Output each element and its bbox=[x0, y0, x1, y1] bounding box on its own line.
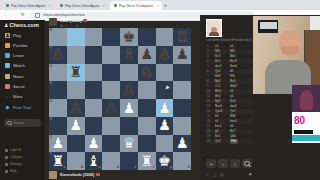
square-a1[interactable]: 1a♜ bbox=[49, 152, 67, 170]
square-h8[interactable]: ♜ bbox=[173, 28, 191, 46]
white-move[interactable]: Rfe1 bbox=[215, 89, 230, 93]
white-pawn-h2[interactable]: ♟ bbox=[176, 136, 189, 151]
square-f6[interactable]: ♞ bbox=[138, 64, 156, 82]
square-g4[interactable]: ♟ bbox=[156, 99, 174, 117]
more-icon: ⋯ bbox=[5, 94, 10, 99]
black-move[interactable]: d5 bbox=[230, 69, 245, 73]
sidebar-item-play[interactable]: ♟Play bbox=[0, 30, 45, 40]
white-move[interactable]: dxc3 bbox=[215, 64, 230, 68]
black-move[interactable]: Bb4 bbox=[230, 54, 245, 58]
browser-window: Play Chess Online Agains×Play Chess Onli… bbox=[0, 0, 320, 180]
square-g1[interactable]: g♚ bbox=[156, 152, 174, 170]
webcam-overlay bbox=[253, 16, 320, 94]
square-g5[interactable] bbox=[156, 81, 174, 99]
share-icon[interactable]: ⚐ bbox=[206, 172, 209, 177]
analysis-button[interactable] bbox=[242, 159, 252, 168]
black-bishop-e7[interactable]: ♝ bbox=[122, 47, 135, 62]
black-move[interactable]: bxc4 bbox=[230, 119, 245, 123]
black-move[interactable]: g5 bbox=[230, 94, 245, 98]
black-pawn-f7[interactable]: ♟ bbox=[140, 47, 153, 62]
black-move[interactable]: Nf6 bbox=[230, 74, 245, 78]
black-move[interactable]: Ne4 bbox=[230, 99, 245, 103]
white-pawn-b3[interactable]: ♟ bbox=[69, 118, 82, 133]
rank-label: 5 bbox=[50, 82, 52, 85]
square-e1[interactable]: e bbox=[120, 152, 138, 170]
resign-flag-icon[interactable]: ⚑ bbox=[249, 172, 252, 177]
square-e2[interactable]: ♛ bbox=[120, 135, 138, 153]
player-avatar[interactable] bbox=[49, 171, 57, 179]
move-row[interactable]: 20.Qe2Rb6 bbox=[205, 139, 253, 144]
square-g2[interactable] bbox=[156, 135, 174, 153]
tv-in-background bbox=[258, 20, 278, 33]
square-b7[interactable] bbox=[67, 46, 85, 64]
square-a6[interactable]: 6 bbox=[49, 64, 67, 82]
black-move[interactable]: Rb6 bbox=[230, 139, 238, 144]
white-move[interactable]: Bh4 bbox=[215, 94, 230, 98]
square-a7[interactable]: 7♟ bbox=[49, 46, 67, 64]
sidebar-footer-settings[interactable]: Settings bbox=[0, 161, 45, 167]
puzzles-icon bbox=[5, 43, 10, 48]
black-pawn-e5[interactable]: ♟ bbox=[122, 83, 135, 98]
square-b6[interactable]: ♜ bbox=[67, 64, 85, 82]
new-game-button[interactable]: + bbox=[206, 159, 216, 168]
square-h4[interactable] bbox=[173, 99, 191, 117]
square-e6[interactable] bbox=[120, 64, 138, 82]
black-rook-b6[interactable]: ♜ bbox=[69, 65, 82, 80]
square-c7[interactable] bbox=[85, 46, 103, 64]
square-b3[interactable]: ♟ bbox=[67, 117, 85, 135]
black-move[interactable]: e5 bbox=[230, 44, 245, 48]
rank-label: 6 bbox=[50, 65, 52, 68]
opponent-avatar[interactable] bbox=[49, 18, 57, 26]
white-move[interactable]: Qe2 bbox=[215, 69, 230, 73]
square-f5[interactable] bbox=[138, 81, 156, 99]
white-move[interactable]: Ne1 bbox=[215, 134, 230, 138]
logo-text: Chess.com bbox=[9, 22, 38, 28]
square-g6[interactable] bbox=[156, 64, 174, 82]
square-g3[interactable]: ♟ bbox=[156, 117, 174, 135]
square-e7[interactable]: ♝ bbox=[120, 46, 138, 64]
black-move[interactable]: Nbd7 bbox=[230, 84, 245, 88]
square-g7[interactable]: ♟ bbox=[156, 46, 174, 64]
rank-label: 7 bbox=[50, 47, 52, 50]
square-c2[interactable]: ♟ bbox=[85, 135, 103, 153]
square-f3[interactable] bbox=[138, 117, 156, 135]
chesscom-logo[interactable]: ♟ Chess.com bbox=[4, 22, 39, 28]
white-pawn-g4[interactable]: ♟ bbox=[158, 101, 171, 116]
square-h7[interactable]: ♟ bbox=[173, 46, 191, 64]
chess-board: 8♚♜7♟♝♟♟♟6♜♞5♟4♟♟♟♟3♟♟2♟♟♛♟1a♜bc♝def♜g♚h bbox=[49, 28, 191, 170]
magnifier-icon bbox=[244, 161, 250, 167]
white-move[interactable]: b3 bbox=[215, 114, 230, 118]
square-a4[interactable]: 4 bbox=[49, 99, 67, 117]
sidebar-search-input[interactable]: Search bbox=[4, 119, 41, 127]
square-a8[interactable]: 8 bbox=[49, 28, 67, 46]
square-a2[interactable]: 2♟ bbox=[49, 135, 67, 153]
white-move[interactable]: Nc3 bbox=[215, 54, 230, 58]
learn-icon bbox=[5, 53, 10, 58]
file-label: g bbox=[170, 166, 172, 169]
sidebar-item-watch[interactable]: Watch bbox=[0, 61, 45, 71]
padlock-icon bbox=[35, 13, 40, 18]
white-move[interactable]: c4 bbox=[215, 119, 230, 123]
back-move-button[interactable]: ‹ bbox=[218, 159, 228, 168]
white-move[interactable]: Qxe4 bbox=[215, 109, 230, 113]
forward-move-button[interactable]: › bbox=[230, 159, 240, 168]
square-e3[interactable] bbox=[120, 117, 138, 135]
square-b2[interactable] bbox=[67, 135, 85, 153]
square-e4[interactable]: ♟ bbox=[120, 99, 138, 117]
black-rook-h8[interactable]: ♜ bbox=[176, 30, 189, 45]
square-d4[interactable]: ♟ bbox=[102, 99, 120, 117]
news-icon bbox=[5, 74, 10, 79]
square-d5[interactable] bbox=[102, 81, 120, 99]
rank-label: 8 bbox=[50, 29, 52, 32]
clock-icon[interactable]: ◷ bbox=[220, 172, 223, 177]
white-move[interactable]: Bc4 bbox=[215, 59, 230, 63]
move-nav-controls: + ‹ › bbox=[206, 159, 252, 168]
tab-favicon bbox=[114, 4, 117, 7]
square-c1[interactable]: c♝ bbox=[85, 152, 103, 170]
black-pawn-d4[interactable]: ♟ bbox=[105, 101, 118, 116]
white-move[interactable]: Nf3 bbox=[215, 49, 230, 53]
square-h5[interactable] bbox=[173, 81, 191, 99]
white-move[interactable]: e4 bbox=[215, 44, 230, 48]
square-f1[interactable]: f♜ bbox=[138, 152, 156, 170]
square-c5[interactable] bbox=[85, 81, 103, 99]
player-name[interactable]: Konevlamb (1000) bbox=[60, 172, 100, 177]
square-h1[interactable]: h bbox=[173, 152, 191, 170]
file-label: h bbox=[188, 166, 190, 169]
sidebar-item-puzzles[interactable]: Puzzles bbox=[0, 40, 45, 50]
square-e5[interactable]: ♟ bbox=[120, 81, 138, 99]
opponent-name[interactable]: Kast (1000) bbox=[60, 18, 87, 23]
square-h2[interactable]: ♟ bbox=[173, 135, 191, 153]
square-g8[interactable] bbox=[156, 28, 174, 46]
url-text: chess.com/play/online/new bbox=[43, 13, 85, 17]
sidebar-item-social[interactable]: Social bbox=[0, 82, 45, 92]
black-pawn-g7[interactable]: ♟ bbox=[158, 47, 171, 62]
square-c8[interactable] bbox=[85, 28, 103, 46]
white-move[interactable]: Bg3 bbox=[215, 99, 230, 103]
opponent-profile-photo[interactable] bbox=[206, 19, 222, 37]
square-h3[interactable] bbox=[173, 117, 191, 135]
square-c3[interactable] bbox=[85, 117, 103, 135]
black-move[interactable]: Qd6 bbox=[230, 134, 245, 138]
browser-tab[interactable]: Play Chess Online Agains× bbox=[56, 1, 108, 10]
file-label: c bbox=[99, 166, 101, 169]
file-label: a bbox=[64, 166, 66, 169]
black-move[interactable]: h6 bbox=[230, 89, 245, 93]
game-type-label: Live Game: Unrated (Friendly match) bbox=[206, 38, 252, 42]
rank-label: 2 bbox=[50, 136, 52, 139]
black-king-e8[interactable]: ♚ bbox=[122, 30, 135, 45]
white-move[interactable]: Bxe4 bbox=[215, 104, 230, 108]
new-tab-button[interactable]: + bbox=[164, 2, 167, 8]
sidebar-item-free-trial[interactable]: ◆Free Trial bbox=[0, 102, 45, 112]
opponent-captured-pieces: ♙ ♘ ♘ ♗ bbox=[60, 24, 79, 28]
black-move[interactable]: Qe7 bbox=[230, 109, 245, 113]
tab-close-icon[interactable]: × bbox=[49, 4, 51, 8]
thumbnail-number: 80 bbox=[292, 112, 320, 129]
white-pawn-e4[interactable]: ♟ bbox=[122, 101, 135, 116]
thumbnail-figure bbox=[300, 90, 313, 110]
reload-icon[interactable]: ⟳ bbox=[21, 12, 25, 17]
tab-close-icon[interactable]: × bbox=[157, 4, 159, 8]
square-f4[interactable] bbox=[138, 99, 156, 117]
square-d1[interactable]: d bbox=[102, 152, 120, 170]
square-b5[interactable] bbox=[67, 81, 85, 99]
square-f7[interactable]: ♟ bbox=[138, 46, 156, 64]
tab-favicon bbox=[60, 4, 63, 7]
search-placeholder: Search bbox=[14, 121, 24, 125]
white-pawn-c2[interactable]: ♟ bbox=[87, 136, 100, 151]
file-label: b bbox=[81, 166, 83, 169]
panel-footer: ⚐ △ ◷ ⚑ bbox=[206, 172, 252, 177]
black-pawn-b4[interactable]: ♟ bbox=[69, 101, 82, 116]
sidebar-footer-light-ui[interactable]: Light UI bbox=[0, 147, 45, 153]
square-d2[interactable] bbox=[102, 135, 120, 153]
move-list: 1.e4e52.Nf3Nf63.Nc3Bb44.Bc4Bxc35.dxc3Nxe… bbox=[205, 44, 253, 144]
opponent-flag-icon bbox=[83, 19, 87, 22]
file-label: e bbox=[135, 166, 137, 169]
square-d3[interactable] bbox=[102, 117, 120, 135]
white-bishop-c1[interactable]: ♝ bbox=[87, 154, 100, 169]
white-queen-e2[interactable]: ♛ bbox=[122, 136, 135, 151]
black-move[interactable]: Rb8 bbox=[230, 114, 245, 118]
square-f2[interactable] bbox=[138, 135, 156, 153]
black-move[interactable]: Bxc3 bbox=[230, 59, 245, 63]
white-rook-a1[interactable]: ♜ bbox=[51, 154, 64, 169]
browser-tab[interactable]: Play Chess Online Agains× bbox=[2, 1, 54, 10]
square-a5[interactable]: 5 bbox=[49, 81, 67, 99]
sidebar-item-news[interactable]: News bbox=[0, 71, 45, 81]
white-move[interactable]: O-O bbox=[215, 84, 230, 88]
square-b1[interactable]: b bbox=[67, 152, 85, 170]
black-move[interactable]: d4 bbox=[230, 124, 245, 128]
browser-tab-bar: Play Chess Online Agains×Play Chess Onli… bbox=[0, 0, 320, 10]
forward-icon[interactable]: → bbox=[13, 12, 18, 17]
black-knight-f6[interactable]: ♞ bbox=[140, 65, 153, 80]
black-move[interactable]: dxe4 bbox=[230, 104, 245, 108]
square-c4[interactable] bbox=[85, 99, 103, 117]
white-pawn-a2[interactable]: ♟ bbox=[51, 136, 64, 151]
black-pawn-a7[interactable]: ♟ bbox=[51, 47, 64, 62]
square-d7[interactable] bbox=[102, 46, 120, 64]
tab-favicon bbox=[6, 4, 9, 7]
file-label: d bbox=[117, 166, 119, 169]
player-flag-icon bbox=[96, 173, 100, 176]
white-move[interactable]: bxc4 bbox=[215, 124, 230, 128]
white-move[interactable]: g4 bbox=[215, 129, 230, 133]
white-move[interactable]: Bg5 bbox=[215, 79, 230, 83]
square-c6[interactable] bbox=[85, 64, 103, 82]
social-icon bbox=[5, 84, 10, 89]
free-trial-icon: ◆ bbox=[5, 105, 10, 110]
square-d6[interactable] bbox=[102, 64, 120, 82]
black-move[interactable]: Nf6 bbox=[230, 49, 245, 53]
white-move[interactable]: Qe2 bbox=[215, 139, 230, 143]
square-b8[interactable] bbox=[67, 28, 85, 46]
sidebar-footer-collapse[interactable]: Collapse bbox=[0, 154, 45, 160]
square-a3[interactable]: 3 bbox=[49, 117, 67, 135]
search-icon bbox=[7, 121, 12, 126]
browser-tab[interactable]: Play Chess: 3 Computers× bbox=[110, 1, 162, 10]
black-move[interactable]: Be6 bbox=[230, 79, 245, 83]
square-f8[interactable] bbox=[138, 28, 156, 46]
square-b4[interactable]: ♟ bbox=[67, 99, 85, 117]
white-rook-f1[interactable]: ♜ bbox=[140, 154, 153, 169]
rank-label: 4 bbox=[50, 100, 52, 103]
black-pawn-h7[interactable]: ♟ bbox=[176, 47, 189, 62]
sidebar-item-more[interactable]: ⋯More bbox=[0, 92, 45, 102]
black-move[interactable]: Be7 bbox=[230, 129, 245, 133]
logo-pawn-icon: ♟ bbox=[4, 22, 8, 28]
sidebar-footer-help[interactable]: Help bbox=[0, 168, 45, 174]
white-move[interactable]: Bd3 bbox=[215, 74, 230, 78]
report-icon[interactable]: △ bbox=[213, 172, 216, 177]
black-move[interactable]: Nxe4 bbox=[230, 64, 245, 68]
square-e8[interactable]: ♚ bbox=[120, 28, 138, 46]
square-h6[interactable] bbox=[173, 64, 191, 82]
rank-label: 1 bbox=[50, 153, 52, 156]
back-icon[interactable]: ← bbox=[4, 12, 9, 17]
sidebar-item-learn[interactable]: Learn bbox=[0, 51, 45, 61]
play-icon: ♟ bbox=[5, 33, 10, 38]
sidebar: ♟ Chess.com ♟PlayPuzzlesLearnWatchNewsSo… bbox=[0, 20, 45, 180]
rank-label: 3 bbox=[50, 118, 52, 121]
file-label: f bbox=[153, 166, 154, 169]
tab-close-icon[interactable]: × bbox=[103, 4, 105, 8]
white-pawn-g3[interactable]: ♟ bbox=[158, 118, 171, 133]
stream-thumbnail-overlay: 80 bbox=[292, 85, 320, 143]
watch-icon bbox=[5, 63, 10, 68]
square-d8[interactable] bbox=[102, 28, 120, 46]
